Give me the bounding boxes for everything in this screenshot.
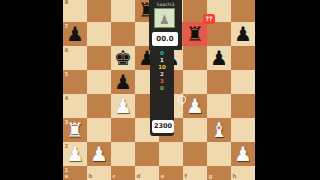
file-label: c <box>113 173 116 179</box>
square-h4[interactable] <box>231 94 255 118</box>
square-e2[interactable] <box>159 142 183 166</box>
black-pawn[interactable]: ♟ <box>207 46 231 70</box>
square-a5[interactable]: 5 <box>63 70 87 94</box>
square-h5[interactable] <box>231 70 255 94</box>
square-a7[interactable]: 7♟ <box>63 22 87 46</box>
square-h8[interactable] <box>231 0 255 22</box>
square-a6[interactable]: 6 <box>63 46 87 70</box>
square-g5[interactable] <box>207 70 231 94</box>
review-panel: Saachi3 ♟ 00.0 <box>149 0 182 50</box>
move-count: 2 <box>150 71 174 78</box>
app-canvas: 8♜7♟♚♜♟6♚♟♟♟5♟4♟♟3♜♝2♟♟♟1abcdefgh Saachi… <box>0 0 320 180</box>
square-f6[interactable] <box>183 46 207 70</box>
square-a8[interactable]: 8 <box>63 0 87 22</box>
square-h3[interactable] <box>231 118 255 142</box>
white-pawn[interactable]: ♟ <box>87 142 111 166</box>
square-a4[interactable]: 4 <box>63 94 87 118</box>
square-c8[interactable] <box>111 0 135 22</box>
move-count: 0 <box>150 50 174 57</box>
rank-label: 3 <box>65 119 69 125</box>
square-f1[interactable]: f <box>183 166 207 180</box>
square-b2[interactable]: ♟ <box>87 142 111 166</box>
file-label: b <box>89 173 93 179</box>
square-h7[interactable]: ♟ <box>231 22 255 46</box>
square-c7[interactable] <box>111 22 135 46</box>
player-name: Saachi3 <box>149 0 182 7</box>
file-label: e <box>161 173 165 179</box>
move-count: 0 <box>150 85 174 92</box>
square-g7[interactable] <box>207 22 231 46</box>
black-pawn[interactable]: ♟ <box>231 22 255 46</box>
move-count: 10 <box>150 64 174 71</box>
file-label: d <box>137 173 141 179</box>
square-b5[interactable] <box>87 70 111 94</box>
white-pawn[interactable]: ♟ <box>231 142 255 166</box>
square-b4[interactable] <box>87 94 111 118</box>
black-pawn[interactable]: ♟ <box>111 70 135 94</box>
avatar[interactable]: ♟ <box>154 8 175 28</box>
square-b6[interactable] <box>87 46 111 70</box>
square-b8[interactable] <box>87 0 111 22</box>
file-label: g <box>209 173 213 179</box>
clock: 00.0 <box>152 32 178 46</box>
square-a1[interactable]: 1a <box>63 166 87 180</box>
square-f7[interactable]: ♜ <box>183 22 207 46</box>
square-f3[interactable] <box>183 118 207 142</box>
square-g6[interactable]: ♟ <box>207 46 231 70</box>
square-c1[interactable]: c <box>111 166 135 180</box>
square-b3[interactable] <box>87 118 111 142</box>
square-c6[interactable]: ♚ <box>111 46 135 70</box>
rank-label: 5 <box>65 71 69 77</box>
file-label: a <box>65 173 69 179</box>
square-f2[interactable] <box>183 142 207 166</box>
rating-box: 2300 <box>152 120 174 133</box>
white-bishop[interactable]: ♝ <box>207 118 231 142</box>
square-h6[interactable] <box>231 46 255 70</box>
square-c4[interactable]: ♟ <box>111 94 135 118</box>
square-d2[interactable] <box>135 142 159 166</box>
square-h2[interactable]: ♟ <box>231 142 255 166</box>
square-d1[interactable]: d <box>135 166 159 180</box>
move-count: 1 <box>150 57 174 64</box>
rank-label: 8 <box>65 0 69 5</box>
square-c2[interactable] <box>111 142 135 166</box>
rank-label: 6 <box>65 47 69 53</box>
file-label: h <box>233 173 237 179</box>
white-pawn[interactable]: ♟ <box>111 94 135 118</box>
square-g3[interactable]: ♝ <box>207 118 231 142</box>
square-c5[interactable]: ♟ <box>111 70 135 94</box>
square-g1[interactable]: g <box>207 166 231 180</box>
blunder-badge: ?? <box>203 14 215 24</box>
square-b1[interactable]: b <box>87 166 111 180</box>
pawn-avatar-icon: ♟ <box>159 13 170 27</box>
square-a3[interactable]: 3♜ <box>63 118 87 142</box>
move-count: 3 <box>150 78 174 85</box>
square-f5[interactable] <box>183 70 207 94</box>
square-c3[interactable] <box>111 118 135 142</box>
black-king[interactable]: ♚ <box>111 46 135 70</box>
square-b7[interactable] <box>87 22 111 46</box>
square-h1[interactable]: h <box>231 166 255 180</box>
rank-label: 7 <box>65 23 69 29</box>
square-g4[interactable] <box>207 94 231 118</box>
black-rook[interactable]: ♜ <box>183 22 207 46</box>
file-label: f <box>185 173 187 179</box>
square-e1[interactable]: e <box>159 166 183 180</box>
collapse-chevron-icon[interactable]: ⌄ <box>173 106 189 118</box>
rank-label: 2 <box>65 143 69 149</box>
square-g2[interactable] <box>207 142 231 166</box>
rank-label: 4 <box>65 95 69 101</box>
square-a2[interactable]: 2♟ <box>63 142 87 166</box>
